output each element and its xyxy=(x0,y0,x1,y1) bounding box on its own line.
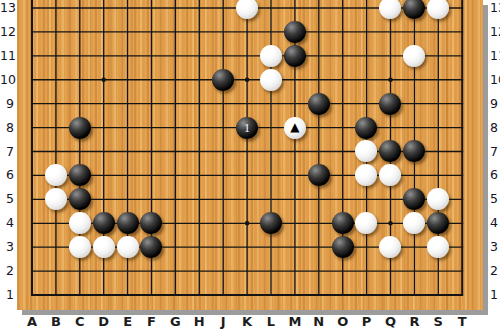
coord-label-bottom-A: A xyxy=(27,314,37,329)
stone-black-Q7 xyxy=(379,140,401,162)
intersection-P8 xyxy=(355,116,379,140)
intersection-E4 xyxy=(116,211,140,235)
stone-white-R11 xyxy=(403,45,425,67)
coord-label-bottom-M: M xyxy=(288,314,301,329)
intersection-P6 xyxy=(355,163,379,187)
coord-label-right-7: 7 xyxy=(490,144,498,159)
intersection-D4 xyxy=(92,211,116,235)
coord-label-left-8: 8 xyxy=(0,120,14,135)
stone-white-Q13 xyxy=(379,0,401,19)
intersection-C3 xyxy=(68,235,92,259)
coord-label-bottom-B: B xyxy=(51,314,61,329)
triangle-marker-icon: ▲ xyxy=(290,121,299,133)
coord-label-right-12: 12 xyxy=(490,24,500,39)
move-number-label: 1 xyxy=(244,121,251,134)
coord-label-left-13: 13 xyxy=(0,0,14,15)
coord-label-right-13: 13 xyxy=(490,0,500,15)
coord-label-left-12: 12 xyxy=(0,24,14,39)
stone-black-R13 xyxy=(403,0,425,19)
stone-white-L11 xyxy=(260,45,282,67)
intersection-C5 xyxy=(68,187,92,211)
intersection-F4 xyxy=(140,211,164,235)
go-board[interactable]: 1▲ xyxy=(17,0,483,310)
stone-black-O3 xyxy=(332,236,354,258)
intersection-Q7 xyxy=(378,139,402,163)
coord-label-bottom-D: D xyxy=(98,314,109,329)
stone-black-R5 xyxy=(403,188,425,210)
stone-white-P7 xyxy=(355,140,377,162)
intersection-S13 xyxy=(426,0,450,20)
stone-black-M11 xyxy=(284,45,306,67)
stone-white-C3 xyxy=(69,236,91,258)
intersection-Q9 xyxy=(378,92,402,116)
intersection-M11 xyxy=(283,44,307,68)
stone-white-Q6 xyxy=(379,164,401,186)
intersection-N9 xyxy=(307,92,331,116)
stone-black-R7 xyxy=(403,140,425,162)
coord-label-right-1: 1 xyxy=(490,287,498,302)
coord-label-bottom-O: O xyxy=(337,314,348,329)
coord-label-right-5: 5 xyxy=(490,192,498,207)
intersection-C4 xyxy=(68,211,92,235)
stone-white-L10 xyxy=(260,69,282,91)
intersection-R4 xyxy=(402,211,426,235)
coord-label-bottom-F: F xyxy=(147,314,156,329)
coord-label-bottom-E: E xyxy=(123,314,132,329)
coord-label-left-11: 11 xyxy=(0,48,14,63)
intersection-O3 xyxy=(331,235,355,259)
coord-label-left-7: 7 xyxy=(0,144,14,159)
coord-label-right-10: 10 xyxy=(490,72,500,87)
intersection-R7 xyxy=(402,139,426,163)
intersection-R13 xyxy=(402,0,426,20)
coord-label-bottom-N: N xyxy=(313,314,324,329)
stone-black-F3 xyxy=(140,236,162,258)
intersection-R11 xyxy=(402,44,426,68)
coord-label-left-5: 5 xyxy=(0,192,14,207)
coord-label-bottom-Q: Q xyxy=(385,314,396,329)
intersection-S3 xyxy=(426,235,450,259)
intersection-L4 xyxy=(259,211,283,235)
coord-label-right-11: 11 xyxy=(490,48,500,63)
stone-white-Q3 xyxy=(379,236,401,258)
coord-label-right-3: 3 xyxy=(490,239,498,254)
stone-white-P6 xyxy=(355,164,377,186)
stone-white-S5 xyxy=(427,188,449,210)
stone-black-C8 xyxy=(69,117,91,139)
coord-label-right-8: 8 xyxy=(490,120,498,135)
stone-black-P8 xyxy=(355,117,377,139)
coord-label-bottom-P: P xyxy=(362,314,372,329)
coord-label-bottom-J: J xyxy=(221,314,226,329)
intersection-M8: ▲ xyxy=(283,116,307,140)
stone-black-C6 xyxy=(69,164,91,186)
intersection-N6 xyxy=(307,163,331,187)
coord-label-left-10: 10 xyxy=(0,72,14,87)
coord-label-left-2: 2 xyxy=(0,263,14,278)
intersection-K8: 1 xyxy=(235,116,259,140)
intersection-Q6 xyxy=(378,163,402,187)
coord-label-right-6: 6 xyxy=(490,168,498,183)
coord-label-bottom-K: K xyxy=(242,314,252,329)
stone-white-D3 xyxy=(93,236,115,258)
intersection-S5 xyxy=(426,187,450,211)
stone-white-B5 xyxy=(45,188,67,210)
intersection-J10 xyxy=(211,68,235,92)
coord-label-bottom-G: G xyxy=(170,314,181,329)
coord-label-left-1: 1 xyxy=(0,287,14,302)
stone-white-M8: ▲ xyxy=(284,117,306,139)
intersection-D3 xyxy=(92,235,116,259)
stone-white-S3 xyxy=(427,236,449,258)
stone-black-S4 xyxy=(427,212,449,234)
coord-label-bottom-R: R xyxy=(409,314,419,329)
intersection-B5 xyxy=(44,187,68,211)
coord-label-bottom-C: C xyxy=(75,314,85,329)
stone-white-S13 xyxy=(427,0,449,19)
stone-black-J10 xyxy=(212,69,234,91)
intersection-Q13 xyxy=(378,0,402,20)
coord-label-left-6: 6 xyxy=(0,168,14,183)
intersection-O4 xyxy=(331,211,355,235)
stone-black-M12 xyxy=(284,21,306,43)
intersection-F3 xyxy=(140,235,164,259)
coord-label-left-3: 3 xyxy=(0,239,14,254)
stone-white-P4 xyxy=(355,212,377,234)
stone-black-D4 xyxy=(93,212,115,234)
coord-label-bottom-L: L xyxy=(267,314,275,329)
coord-label-left-4: 4 xyxy=(0,215,14,230)
intersection-P7 xyxy=(355,139,379,163)
intersection-B6 xyxy=(44,163,68,187)
stone-black-L4 xyxy=(260,212,282,234)
stone-black-N6 xyxy=(308,164,330,186)
coord-label-bottom-S: S xyxy=(434,314,443,329)
stone-black-C5 xyxy=(69,188,91,210)
stone-white-C4 xyxy=(69,212,91,234)
coord-label-left-9: 9 xyxy=(0,96,14,111)
intersection-L11 xyxy=(259,44,283,68)
stone-black-E4 xyxy=(117,212,139,234)
intersection-E3 xyxy=(116,235,140,259)
intersection-S4 xyxy=(426,211,450,235)
coord-label-bottom-T: T xyxy=(458,314,467,329)
intersection-C6 xyxy=(68,163,92,187)
intersection-M12 xyxy=(283,20,307,44)
coord-label-right-9: 9 xyxy=(490,96,498,111)
stone-black-O4 xyxy=(332,212,354,234)
coord-label-right-4: 4 xyxy=(490,215,498,230)
stone-white-B6 xyxy=(45,164,67,186)
coord-label-bottom-H: H xyxy=(194,314,205,329)
stone-black-Q9 xyxy=(379,93,401,115)
stone-black-F4 xyxy=(140,212,162,234)
stone-white-R4 xyxy=(403,212,425,234)
intersection-L10 xyxy=(259,68,283,92)
stone-white-E3 xyxy=(117,236,139,258)
stone-black-K8: 1 xyxy=(236,117,258,139)
stones-layer: 1▲ xyxy=(20,0,474,307)
coord-label-right-2: 2 xyxy=(490,263,498,278)
intersection-K13 xyxy=(235,0,259,20)
intersection-P4 xyxy=(355,211,379,235)
intersection-C8 xyxy=(68,116,92,140)
intersection-Q3 xyxy=(378,235,402,259)
stone-white-K13 xyxy=(236,0,258,19)
stone-black-N9 xyxy=(308,93,330,115)
go-diagram: 1▲ ABCDEFGHJKLMNOPQRST131312121111101099… xyxy=(0,0,500,332)
intersection-R5 xyxy=(402,187,426,211)
